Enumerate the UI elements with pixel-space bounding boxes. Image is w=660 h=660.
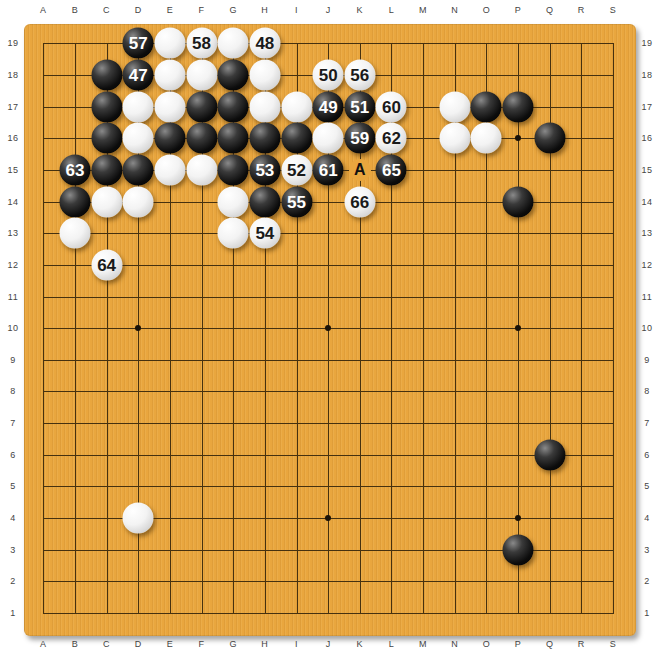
white-stone-move-64-C12[interactable]: 64 xyxy=(91,249,122,280)
row-label-right-6: 6 xyxy=(644,450,650,460)
black-stone-Q6[interactable] xyxy=(534,439,565,470)
column-label-bottom-E: E xyxy=(167,639,174,649)
column-label-bottom-J: J xyxy=(326,639,331,649)
column-label-bottom-S: S xyxy=(610,639,617,649)
black-stone-move-55-I14[interactable]: 55 xyxy=(281,186,312,217)
white-stone-G13[interactable] xyxy=(218,218,249,249)
column-label-bottom-M: M xyxy=(419,639,427,649)
black-stone-move-61-J15[interactable]: 61 xyxy=(313,154,344,185)
star-point-D10 xyxy=(135,325,141,331)
white-stone-G19[interactable] xyxy=(218,28,249,59)
white-stone-J16[interactable] xyxy=(313,123,344,154)
column-label-top-E: E xyxy=(167,5,174,15)
row-label-left-10: 10 xyxy=(7,323,18,333)
white-stone-I17[interactable] xyxy=(281,91,312,122)
black-stone-F16[interactable] xyxy=(186,123,217,154)
white-stone-F18[interactable] xyxy=(186,59,217,90)
row-label-left-11: 11 xyxy=(8,292,18,302)
black-stone-G15[interactable] xyxy=(218,154,249,185)
black-stone-G18[interactable] xyxy=(218,59,249,90)
row-label-right-13: 13 xyxy=(641,228,652,238)
white-stone-C14[interactable] xyxy=(91,186,122,217)
row-label-right-3: 3 xyxy=(644,545,650,555)
black-stone-C17[interactable] xyxy=(91,91,122,122)
column-label-bottom-Q: Q xyxy=(546,639,554,649)
row-label-left-2: 2 xyxy=(10,576,16,586)
column-label-bottom-L: L xyxy=(389,639,395,649)
white-stone-move-48-H19[interactable]: 48 xyxy=(249,28,280,59)
column-label-bottom-P: P xyxy=(515,639,522,649)
black-stone-move-47-D18[interactable]: 47 xyxy=(123,59,154,90)
white-stone-move-62-L16[interactable]: 62 xyxy=(376,123,407,154)
white-stone-N17[interactable] xyxy=(439,91,470,122)
white-stone-move-50-J18[interactable]: 50 xyxy=(313,59,344,90)
white-stone-move-54-H13[interactable]: 54 xyxy=(249,218,280,249)
row-label-right-12: 12 xyxy=(641,260,652,270)
column-label-top-B: B xyxy=(72,5,79,15)
white-stone-E17[interactable] xyxy=(154,91,185,122)
row-label-left-17: 17 xyxy=(7,102,18,112)
column-label-top-R: R xyxy=(578,5,585,15)
white-stone-E18[interactable] xyxy=(154,59,185,90)
column-label-bottom-R: R xyxy=(578,639,585,649)
column-label-top-H: H xyxy=(261,5,268,15)
row-label-right-19: 19 xyxy=(641,38,652,48)
white-stone-move-52-I15[interactable]: 52 xyxy=(281,154,312,185)
column-label-top-Q: Q xyxy=(546,5,554,15)
white-stone-B13[interactable] xyxy=(59,218,90,249)
column-label-bottom-O: O xyxy=(483,639,491,649)
grid-line-horizontal-7 xyxy=(43,423,614,424)
black-stone-Q16[interactable] xyxy=(534,123,565,154)
column-label-bottom-K: K xyxy=(357,639,364,649)
grid-line-vertical-R xyxy=(581,43,582,614)
black-stone-G17[interactable] xyxy=(218,91,249,122)
white-stone-move-66-K14[interactable]: 66 xyxy=(344,186,375,217)
column-label-bottom-D: D xyxy=(135,639,142,649)
row-label-left-19: 19 xyxy=(7,38,18,48)
black-stone-move-57-D19[interactable]: 57 xyxy=(123,28,154,59)
white-stone-move-56-K18[interactable]: 56 xyxy=(344,59,375,90)
black-stone-P14[interactable] xyxy=(503,186,534,217)
row-label-left-3: 3 xyxy=(10,545,16,555)
row-label-right-2: 2 xyxy=(644,576,650,586)
column-label-bottom-I: I xyxy=(295,639,298,649)
white-stone-E19[interactable] xyxy=(154,28,185,59)
row-label-left-16: 16 xyxy=(7,133,18,143)
column-label-top-J: J xyxy=(326,5,331,15)
column-label-bottom-N: N xyxy=(451,639,458,649)
star-point-P4 xyxy=(515,515,521,521)
row-label-right-16: 16 xyxy=(641,133,652,143)
star-point-P16 xyxy=(515,135,521,141)
go-diagram: AABBCCDDEEFFGGHHIIJJKKLLMMNNOOPPQQRRSS19… xyxy=(0,0,660,660)
white-stone-D14[interactable] xyxy=(123,186,154,217)
black-stone-F17[interactable] xyxy=(186,91,217,122)
grid-line-horizontal-6 xyxy=(43,455,614,456)
row-label-right-17: 17 xyxy=(641,102,652,112)
column-label-bottom-B: B xyxy=(72,639,79,649)
row-label-right-4: 4 xyxy=(644,513,650,523)
row-label-left-6: 6 xyxy=(10,450,16,460)
column-label-bottom-F: F xyxy=(199,639,205,649)
black-stone-G16[interactable] xyxy=(218,123,249,154)
row-label-left-4: 4 xyxy=(10,513,16,523)
column-label-bottom-H: H xyxy=(261,639,268,649)
row-label-right-8: 8 xyxy=(644,386,650,396)
row-label-right-18: 18 xyxy=(641,70,652,80)
row-label-left-15: 15 xyxy=(7,165,18,175)
column-label-top-F: F xyxy=(199,5,205,15)
black-stone-E16[interactable] xyxy=(154,123,185,154)
black-stone-move-53-H15[interactable]: 53 xyxy=(249,154,280,185)
column-label-bottom-G: G xyxy=(229,639,237,649)
black-stone-C16[interactable] xyxy=(91,123,122,154)
grid-line-horizontal-2 xyxy=(43,581,614,582)
black-stone-O17[interactable] xyxy=(471,91,502,122)
black-stone-P3[interactable] xyxy=(503,534,534,565)
row-label-right-5: 5 xyxy=(644,481,650,491)
star-point-J10 xyxy=(325,325,331,331)
grid-line-vertical-M xyxy=(423,43,424,614)
white-stone-G14[interactable] xyxy=(218,186,249,217)
white-stone-D4[interactable] xyxy=(123,503,154,534)
star-point-P10 xyxy=(515,325,521,331)
row-label-left-9: 9 xyxy=(10,355,16,365)
row-label-right-9: 9 xyxy=(644,355,650,365)
white-stone-D16[interactable] xyxy=(123,123,154,154)
row-label-left-14: 14 xyxy=(7,197,18,207)
column-label-top-S: S xyxy=(610,5,617,15)
row-label-right-1: 1 xyxy=(644,608,650,618)
grid-line-horizontal-5 xyxy=(43,486,614,487)
black-stone-I16[interactable] xyxy=(281,123,312,154)
white-stone-N16[interactable] xyxy=(439,123,470,154)
row-label-right-14: 14 xyxy=(641,197,652,207)
row-label-left-1: 1 xyxy=(10,608,16,618)
column-label-top-G: G xyxy=(229,5,237,15)
row-label-left-13: 13 xyxy=(7,228,18,238)
white-stone-O16[interactable] xyxy=(471,123,502,154)
black-stone-D15[interactable] xyxy=(123,154,154,185)
grid-line-horizontal-9 xyxy=(43,360,614,361)
column-label-top-M: M xyxy=(419,5,427,15)
black-stone-P17[interactable] xyxy=(503,91,534,122)
white-stone-move-58-F19[interactable]: 58 xyxy=(186,28,217,59)
column-label-top-N: N xyxy=(451,5,458,15)
annotation-A-K15: A xyxy=(349,159,371,181)
grid-line-vertical-S xyxy=(613,43,614,614)
row-label-left-7: 7 xyxy=(10,418,16,428)
row-label-right-7: 7 xyxy=(644,418,650,428)
column-label-bottom-A: A xyxy=(40,639,47,649)
row-label-left-5: 5 xyxy=(10,481,16,491)
row-label-left-8: 8 xyxy=(10,386,16,396)
white-stone-E15[interactable] xyxy=(154,154,185,185)
column-label-top-P: P xyxy=(515,5,522,15)
grid-line-horizontal-1 xyxy=(43,613,614,614)
black-stone-C18[interactable] xyxy=(91,59,122,90)
star-point-J4 xyxy=(325,515,331,521)
row-label-left-18: 18 xyxy=(7,70,18,80)
black-stone-B14[interactable] xyxy=(59,186,90,217)
white-stone-H18[interactable] xyxy=(249,59,280,90)
white-stone-F15[interactable] xyxy=(186,154,217,185)
black-stone-H14[interactable] xyxy=(249,186,280,217)
row-label-right-15: 15 xyxy=(641,165,652,175)
column-label-top-C: C xyxy=(103,5,110,15)
column-label-top-I: I xyxy=(295,5,298,15)
white-stone-D17[interactable] xyxy=(123,91,154,122)
black-stone-move-65-L15[interactable]: 65 xyxy=(376,154,407,185)
black-stone-C15[interactable] xyxy=(91,154,122,185)
column-label-top-K: K xyxy=(357,5,364,15)
column-label-top-A: A xyxy=(40,5,47,15)
row-label-right-10: 10 xyxy=(641,323,652,333)
row-label-left-12: 12 xyxy=(7,260,18,270)
black-stone-move-51-K17[interactable]: 51 xyxy=(344,91,375,122)
row-label-right-11: 11 xyxy=(642,292,652,302)
column-label-top-D: D xyxy=(135,5,142,15)
white-stone-H17[interactable] xyxy=(249,91,280,122)
black-stone-move-59-K16[interactable]: 59 xyxy=(344,123,375,154)
grid-line-horizontal-8 xyxy=(43,391,614,392)
column-label-top-L: L xyxy=(389,5,395,15)
black-stone-move-49-J17[interactable]: 49 xyxy=(313,91,344,122)
column-label-top-O: O xyxy=(483,5,491,15)
white-stone-move-60-L17[interactable]: 60 xyxy=(376,91,407,122)
black-stone-move-63-B15[interactable]: 63 xyxy=(59,154,90,185)
column-label-bottom-C: C xyxy=(103,639,110,649)
black-stone-H16[interactable] xyxy=(249,123,280,154)
